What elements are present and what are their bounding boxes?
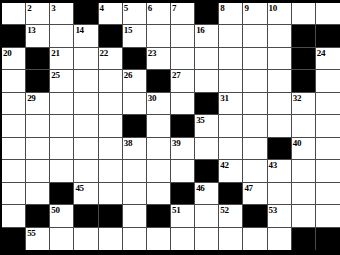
- cell-r5c7[interactable]: 30: [147, 93, 171, 115]
- cell-r1c2[interactable]: 2: [26, 3, 50, 25]
- clue-number: 8: [220, 3, 224, 13]
- cell-r5c14[interactable]: [316, 93, 340, 115]
- cell-r8c1[interactable]: [2, 160, 26, 182]
- cell-r6c1[interactable]: [2, 115, 26, 137]
- clue-number: 3: [51, 3, 55, 13]
- cell-r1c14[interactable]: [316, 3, 340, 25]
- black-cell-r4c7: [147, 70, 171, 92]
- clue-number: 22: [100, 48, 108, 58]
- cell-r9c2[interactable]: [26, 183, 50, 205]
- cell-r8c8[interactable]: [171, 160, 195, 182]
- cell-r5c3[interactable]: [50, 93, 74, 115]
- black-cell-r11c1: [2, 228, 26, 250]
- clue-number: 25: [51, 70, 59, 80]
- cell-r1c1[interactable]: [2, 3, 26, 25]
- cell-r9c12[interactable]: [268, 183, 292, 205]
- cell-r5c5[interactable]: [99, 93, 123, 115]
- cell-r1c6[interactable]: 5: [123, 3, 147, 25]
- cell-r4c8[interactable]: 27: [171, 70, 195, 92]
- cell-r3c3[interactable]: 21: [50, 48, 74, 70]
- cell-r9c6[interactable]: [123, 183, 147, 205]
- clue-number: 45: [75, 183, 83, 193]
- cell-r3c9[interactable]: [195, 48, 219, 70]
- black-cell-r11c14: [316, 228, 340, 250]
- clue-number: 47: [244, 183, 252, 193]
- clue-number: 29: [27, 93, 35, 103]
- cell-r7c5[interactable]: [99, 138, 123, 160]
- cell-r6c9[interactable]: 35: [195, 115, 219, 137]
- cell-r6c4[interactable]: [74, 115, 98, 137]
- black-cell-r1c9: [195, 3, 219, 25]
- clue-number: 21: [51, 48, 59, 58]
- cell-r6c5[interactable]: [99, 115, 123, 137]
- black-cell-r3c2: [26, 48, 50, 70]
- cell-r7c14[interactable]: [316, 138, 340, 160]
- black-cell-r11c13: [292, 228, 316, 250]
- cell-r5c12[interactable]: [268, 93, 292, 115]
- clue-number: 52: [220, 205, 228, 215]
- clue-number: 16: [196, 25, 204, 35]
- cell-r3c8[interactable]: [171, 48, 195, 70]
- cell-r6c7[interactable]: [147, 115, 171, 137]
- cell-r2c7[interactable]: [147, 25, 171, 47]
- cell-r8c13[interactable]: [292, 160, 316, 182]
- cell-r1c7[interactable]: 6: [147, 3, 171, 25]
- cell-r6c10[interactable]: [219, 115, 243, 137]
- cell-r4c4[interactable]: [74, 70, 98, 92]
- clue-number: 20: [3, 48, 11, 58]
- cell-r1c5[interactable]: 4: [99, 3, 123, 25]
- clue-number: 23: [148, 48, 156, 58]
- black-cell-r10c2: [26, 205, 50, 227]
- clue-number: 53: [269, 205, 277, 215]
- cell-r2c4[interactable]: 14: [74, 25, 98, 47]
- black-cell-r2c13: [292, 25, 316, 47]
- black-cell-r2c5: [99, 25, 123, 47]
- black-cell-r8c9: [195, 160, 219, 182]
- cell-r2c6[interactable]: 15: [123, 25, 147, 47]
- cell-r6c13[interactable]: [292, 115, 316, 137]
- cell-r10c12[interactable]: 53: [268, 205, 292, 227]
- clue-number: 35: [196, 115, 204, 125]
- clue-number: 39: [172, 138, 180, 148]
- black-cell-r1c4: [74, 3, 98, 25]
- cell-r1c13[interactable]: [292, 3, 316, 25]
- cell-r11c7[interactable]: [147, 228, 171, 250]
- clue-number: 13: [27, 25, 35, 35]
- cell-r7c8[interactable]: 39: [171, 138, 195, 160]
- clue-number: 43: [269, 160, 277, 170]
- cell-r9c11[interactable]: 47: [243, 183, 267, 205]
- clue-number: 50: [51, 205, 59, 215]
- cell-r4c9[interactable]: [195, 70, 219, 92]
- black-cell-r4c13: [292, 70, 316, 92]
- black-cell-r10c7: [147, 205, 171, 227]
- black-cell-r6c8: [171, 115, 195, 137]
- cell-r11c9[interactable]: [195, 228, 219, 250]
- clue-number: 4: [100, 3, 104, 13]
- cell-r7c10[interactable]: [219, 138, 243, 160]
- cell-r9c14[interactable]: [316, 183, 340, 205]
- cell-r3c12[interactable]: [268, 48, 292, 70]
- cell-r7c4[interactable]: [74, 138, 98, 160]
- cell-r5c6[interactable]: [123, 93, 147, 115]
- cell-r2c11[interactable]: [243, 25, 267, 47]
- black-cell-r2c1: [2, 25, 26, 47]
- clue-number: 38: [124, 138, 132, 148]
- clue-number: 15: [124, 25, 132, 35]
- cell-r11c4[interactable]: [74, 228, 98, 250]
- clue-number: 9: [244, 3, 248, 13]
- cell-r11c6[interactable]: [123, 228, 147, 250]
- cell-r10c14[interactable]: [316, 205, 340, 227]
- cell-r11c5[interactable]: [99, 228, 123, 250]
- cell-r2c2[interactable]: 13: [26, 25, 50, 47]
- cell-r8c6[interactable]: [123, 160, 147, 182]
- clue-number: 32: [293, 93, 301, 103]
- cell-r9c13[interactable]: [292, 183, 316, 205]
- cell-r4c14[interactable]: [316, 70, 340, 92]
- cell-r7c11[interactable]: [243, 138, 267, 160]
- cell-r1c10[interactable]: 8: [219, 3, 243, 25]
- cell-r3c11[interactable]: [243, 48, 267, 70]
- cell-r4c12[interactable]: [268, 70, 292, 92]
- cell-r7c2[interactable]: [26, 138, 50, 160]
- cell-r10c9[interactable]: [195, 205, 219, 227]
- cell-r11c8[interactable]: [171, 228, 195, 250]
- cell-r4c5[interactable]: [99, 70, 123, 92]
- cell-r6c14[interactable]: [316, 115, 340, 137]
- cell-r10c6[interactable]: [123, 205, 147, 227]
- clue-number: 7: [172, 3, 176, 13]
- clue-number: 5: [124, 3, 128, 13]
- cell-r7c6[interactable]: 38: [123, 138, 147, 160]
- cell-r2c8[interactable]: [171, 25, 195, 47]
- black-cell-r10c11: [243, 205, 267, 227]
- cell-r2c9[interactable]: 16: [195, 25, 219, 47]
- cell-r10c8[interactable]: 51: [171, 205, 195, 227]
- cell-r3c10[interactable]: [219, 48, 243, 70]
- cell-r11c2[interactable]: 55: [26, 228, 50, 250]
- clue-number: 24: [317, 48, 325, 58]
- clue-number: 2: [27, 3, 31, 13]
- cell-r4c10[interactable]: [219, 70, 243, 92]
- black-cell-r9c10: [219, 183, 243, 205]
- cell-r4c3[interactable]: 25: [50, 70, 74, 92]
- cell-r11c10[interactable]: [219, 228, 243, 250]
- cell-r3c14[interactable]: 24: [316, 48, 340, 70]
- cell-r8c10[interactable]: 42: [219, 160, 243, 182]
- crossword-grid: 2345678910131415162021222324252627293031…: [0, 0, 340, 255]
- black-cell-r2c14: [316, 25, 340, 47]
- cell-r9c1[interactable]: [2, 183, 26, 205]
- cell-r7c13[interactable]: 40: [292, 138, 316, 160]
- cell-r5c10[interactable]: 31: [219, 93, 243, 115]
- cell-r5c8[interactable]: [171, 93, 195, 115]
- cell-r7c1[interactable]: [2, 138, 26, 160]
- cell-r8c14[interactable]: [316, 160, 340, 182]
- black-cell-r3c13: [292, 48, 316, 70]
- cell-r7c3[interactable]: [50, 138, 74, 160]
- black-cell-r9c8: [171, 183, 195, 205]
- cell-r3c5[interactable]: 22: [99, 48, 123, 70]
- black-cell-r5c9: [195, 93, 219, 115]
- cell-r6c3[interactable]: [50, 115, 74, 137]
- cell-r8c5[interactable]: [99, 160, 123, 182]
- clue-number: 31: [220, 93, 228, 103]
- clue-number: 14: [75, 25, 83, 35]
- cell-r5c2[interactable]: 29: [26, 93, 50, 115]
- cell-r10c10[interactable]: 52: [219, 205, 243, 227]
- cell-r2c3[interactable]: [50, 25, 74, 47]
- cell-r10c1[interactable]: [2, 205, 26, 227]
- clue-number: 27: [172, 70, 180, 80]
- cell-r8c7[interactable]: [147, 160, 171, 182]
- cell-r6c12[interactable]: [268, 115, 292, 137]
- cell-r2c10[interactable]: [219, 25, 243, 47]
- cell-r9c5[interactable]: [99, 183, 123, 205]
- cell-r10c13[interactable]: [292, 205, 316, 227]
- cell-r9c4[interactable]: 45: [74, 183, 98, 205]
- cell-r8c12[interactable]: 43: [268, 160, 292, 182]
- cell-r3c1[interactable]: 20: [2, 48, 26, 70]
- clue-number: 10: [269, 3, 277, 13]
- cell-r1c11[interactable]: 9: [243, 3, 267, 25]
- cell-r8c3[interactable]: [50, 160, 74, 182]
- clue-number: 46: [196, 183, 204, 193]
- black-cell-r10c4: [74, 205, 98, 227]
- clue-number: 55: [27, 228, 35, 238]
- cell-r10c3[interactable]: 50: [50, 205, 74, 227]
- cell-r5c1[interactable]: [2, 93, 26, 115]
- cell-r2c12[interactable]: [268, 25, 292, 47]
- black-cell-r4c2: [26, 70, 50, 92]
- cell-r5c11[interactable]: [243, 93, 267, 115]
- cell-r4c11[interactable]: [243, 70, 267, 92]
- clue-number: 26: [124, 70, 132, 80]
- cell-r1c12[interactable]: 10: [268, 3, 292, 25]
- cell-r11c11[interactable]: [243, 228, 267, 250]
- clue-number: 40: [293, 138, 301, 148]
- cell-r7c7[interactable]: [147, 138, 171, 160]
- cell-r8c11[interactable]: [243, 160, 267, 182]
- black-cell-r6c6: [123, 115, 147, 137]
- cell-r7c9[interactable]: [195, 138, 219, 160]
- cell-r3c7[interactable]: 23: [147, 48, 171, 70]
- cell-r6c11[interactable]: [243, 115, 267, 137]
- black-cell-r9c3: [50, 183, 74, 205]
- cell-r8c2[interactable]: [26, 160, 50, 182]
- cell-r1c3[interactable]: 3: [50, 3, 74, 25]
- clue-number: 6: [148, 3, 152, 13]
- clue-number: 51: [172, 205, 180, 215]
- cell-r1c8[interactable]: 7: [171, 3, 195, 25]
- clue-number: 42: [220, 160, 228, 170]
- cell-r11c3[interactable]: [50, 228, 74, 250]
- black-cell-r3c6: [123, 48, 147, 70]
- cell-r8c4[interactable]: [74, 160, 98, 182]
- cell-r4c6[interactable]: 26: [123, 70, 147, 92]
- clue-number: 30: [148, 93, 156, 103]
- cell-r9c9[interactable]: 46: [195, 183, 219, 205]
- cell-r6c2[interactable]: [26, 115, 50, 137]
- cell-r4c1[interactable]: [2, 70, 26, 92]
- cell-r5c4[interactable]: [74, 93, 98, 115]
- black-cell-r7c12: [268, 138, 292, 160]
- black-cell-r10c5: [99, 205, 123, 227]
- cell-r9c7[interactable]: [147, 183, 171, 205]
- cell-r3c4[interactable]: [74, 48, 98, 70]
- cell-r11c12[interactable]: [268, 228, 292, 250]
- cell-r5c13[interactable]: 32: [292, 93, 316, 115]
